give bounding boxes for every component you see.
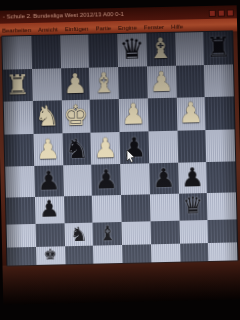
maximize-button[interactable] <box>218 10 225 17</box>
piece-white-rook: ♜ <box>5 71 30 99</box>
square-a7[interactable]: ♜ <box>3 69 32 102</box>
square-d3[interactable] <box>92 195 121 223</box>
menu-item-bearbeiten[interactable]: Bearbeiten <box>2 26 31 33</box>
square-e2[interactable] <box>122 221 151 245</box>
square-g1[interactable] <box>180 243 209 262</box>
square-b1[interactable]: ♚ <box>36 246 65 265</box>
piece-white-pawn: ♟ <box>149 67 174 95</box>
square-c7[interactable]: ♟ <box>61 68 90 101</box>
menu-item-fenster[interactable]: Fenster <box>144 23 164 29</box>
square-h2[interactable] <box>208 219 237 243</box>
square-f5[interactable] <box>148 131 177 164</box>
square-h6[interactable] <box>205 96 234 130</box>
square-f8[interactable]: ♝ <box>146 33 175 67</box>
square-b5[interactable]: ♟ <box>33 133 62 166</box>
square-e7[interactable] <box>118 66 147 99</box>
application-window: - Schule 2. Bundesliga West 2012/13 A00 … <box>0 5 240 304</box>
square-f4[interactable]: ♟ <box>149 163 178 195</box>
square-c8[interactable] <box>60 35 89 69</box>
piece-white-king: ♚ <box>63 101 89 130</box>
menu-item-ansicht[interactable]: Ansicht <box>38 26 58 32</box>
piece-black-pawn: ♟ <box>152 164 176 191</box>
square-e1[interactable] <box>122 244 151 263</box>
piece-black-rook: ♜ <box>205 33 231 62</box>
square-c5[interactable]: ♞ <box>62 133 91 166</box>
piece-white-pawn: ♟ <box>178 99 204 128</box>
square-c2[interactable]: ♞ <box>64 223 93 247</box>
square-g4[interactable]: ♟ <box>178 162 207 194</box>
square-h1[interactable] <box>208 242 237 261</box>
square-f3[interactable] <box>150 194 179 222</box>
square-a1[interactable] <box>7 247 36 266</box>
square-h4[interactable] <box>206 161 235 193</box>
piece-white-pawn: ♟ <box>93 134 118 162</box>
square-e4[interactable] <box>120 163 149 195</box>
square-b8[interactable] <box>31 35 60 69</box>
square-d1[interactable] <box>93 245 122 264</box>
menu-item-hilfe[interactable]: Hilfe <box>171 23 183 29</box>
piece-black-pawn: ♟ <box>122 133 147 161</box>
square-h8[interactable]: ♜ <box>203 31 232 65</box>
piece-black-king: ♚ <box>43 247 57 262</box>
square-e3[interactable] <box>121 194 150 222</box>
square-a3[interactable] <box>6 197 35 225</box>
square-b4[interactable]: ♟ <box>34 165 63 197</box>
square-e8[interactable]: ♛ <box>117 33 146 67</box>
square-f2[interactable] <box>150 221 179 245</box>
square-b2[interactable] <box>35 223 64 247</box>
square-f1[interactable] <box>151 244 180 263</box>
square-c3[interactable] <box>63 196 92 224</box>
square-g7[interactable] <box>175 65 204 98</box>
piece-white-bishop: ♝ <box>148 34 174 63</box>
square-c1[interactable] <box>65 246 94 265</box>
square-c4[interactable] <box>63 165 92 197</box>
square-a5[interactable] <box>5 134 34 167</box>
chess-board: ♛♝♜♜♟♝♟♞♚♟♟♟♞♟♟♟♟♟♟♟♛♞♝♚ <box>2 31 237 265</box>
piece-white-pawn: ♟ <box>36 135 61 163</box>
piece-black-pawn: ♟ <box>37 167 61 194</box>
piece-black-queen: ♛ <box>119 35 145 64</box>
desk-area <box>2 260 240 304</box>
square-g2[interactable] <box>179 220 208 244</box>
piece-white-pawn: ♟ <box>63 69 88 97</box>
piece-black-pawn: ♟ <box>180 164 204 191</box>
square-d7[interactable]: ♝ <box>89 67 118 100</box>
menu-item-einfgen[interactable]: Einfügen <box>65 25 89 32</box>
menu-item-partie[interactable]: Partie <box>95 25 111 31</box>
square-b7[interactable] <box>32 68 61 101</box>
square-f7[interactable]: ♟ <box>147 66 176 99</box>
square-a2[interactable] <box>7 224 36 248</box>
piece-black-knight: ♞ <box>69 223 87 243</box>
close-button[interactable] <box>227 9 234 16</box>
square-a6[interactable] <box>4 101 33 135</box>
piece-white-pawn: ♟ <box>121 100 147 129</box>
square-e5[interactable]: ♟ <box>119 131 148 164</box>
square-h3[interactable] <box>207 192 236 220</box>
minimize-button[interactable] <box>209 10 216 17</box>
square-g5[interactable] <box>177 130 206 163</box>
piece-black-bishop: ♝ <box>98 223 116 243</box>
square-h5[interactable] <box>206 129 235 162</box>
square-g3[interactable]: ♛ <box>178 193 207 221</box>
square-h7[interactable] <box>204 64 233 97</box>
square-a4[interactable] <box>5 166 34 198</box>
square-d4[interactable]: ♟ <box>91 164 120 196</box>
square-a8[interactable] <box>2 36 31 70</box>
piece-black-queen: ♛ <box>182 194 203 217</box>
piece-black-pawn: ♟ <box>94 166 118 193</box>
square-g8[interactable] <box>175 32 204 66</box>
piece-black-pawn: ♟ <box>39 197 60 220</box>
window-controls <box>209 9 234 17</box>
square-b3[interactable]: ♟ <box>35 196 64 224</box>
square-g6[interactable]: ♟ <box>176 97 205 131</box>
screen-photo: - Schule 2. Bundesliga West 2012/13 A00 … <box>0 0 240 320</box>
square-c6[interactable]: ♚ <box>61 100 90 134</box>
square-d2[interactable]: ♝ <box>93 222 122 246</box>
menu-item-engine[interactable]: Engine <box>118 24 137 30</box>
square-d6[interactable] <box>90 99 119 133</box>
piece-white-knight: ♞ <box>34 102 60 131</box>
square-e6[interactable]: ♟ <box>119 98 148 132</box>
square-d8[interactable] <box>89 34 118 68</box>
window-title: - Schule 2. Bundesliga West 2012/13 A00 … <box>3 11 124 20</box>
square-d5[interactable]: ♟ <box>91 132 120 165</box>
piece-black-knight: ♞ <box>64 134 89 162</box>
square-b6[interactable]: ♞ <box>33 100 62 134</box>
square-f6[interactable] <box>147 98 176 132</box>
piece-white-bishop: ♝ <box>92 69 117 97</box>
